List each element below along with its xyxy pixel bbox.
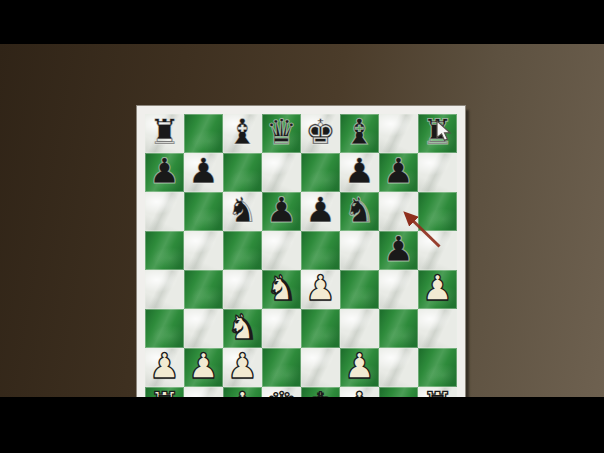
square-b2[interactable]: ♟ bbox=[184, 348, 223, 387]
square-f4[interactable] bbox=[340, 270, 379, 309]
square-h4[interactable]: ♟ bbox=[418, 270, 457, 309]
square-a3[interactable] bbox=[145, 309, 184, 348]
square-b5[interactable] bbox=[184, 231, 223, 270]
piece-black-queen: ♛ bbox=[266, 113, 297, 152]
piece-black-knight: ♞ bbox=[344, 191, 375, 230]
square-h6[interactable] bbox=[418, 192, 457, 231]
square-a5[interactable] bbox=[145, 231, 184, 270]
square-g8[interactable] bbox=[379, 114, 418, 153]
letterbox-top bbox=[0, 0, 604, 44]
square-b6[interactable] bbox=[184, 192, 223, 231]
square-d8[interactable]: ♛ bbox=[262, 114, 301, 153]
square-e8[interactable]: ♚ bbox=[301, 114, 340, 153]
square-f5[interactable] bbox=[340, 231, 379, 270]
square-a6[interactable] bbox=[145, 192, 184, 231]
piece-black-rook: ♜ bbox=[149, 113, 180, 152]
square-c8[interactable]: ♝ bbox=[223, 114, 262, 153]
piece-white-pawn: ♟ bbox=[344, 347, 375, 386]
video-backdrop: ♜♝♛♚♝♜♟♟♟♟♞♟♟♞♟♞♟♟♞♟♟♟♟♜♝♛♚♝♜ bbox=[0, 44, 604, 397]
square-g4[interactable] bbox=[379, 270, 418, 309]
piece-black-bishop: ♝ bbox=[227, 113, 258, 152]
square-a8[interactable]: ♜ bbox=[145, 114, 184, 153]
square-h2[interactable] bbox=[418, 348, 457, 387]
square-f7[interactable]: ♟ bbox=[340, 153, 379, 192]
square-g7[interactable]: ♟ bbox=[379, 153, 418, 192]
square-b4[interactable] bbox=[184, 270, 223, 309]
square-e4[interactable]: ♟ bbox=[301, 270, 340, 309]
piece-white-pawn: ♟ bbox=[227, 347, 258, 386]
piece-black-rook: ♜ bbox=[422, 113, 453, 152]
piece-black-pawn: ♟ bbox=[149, 152, 180, 191]
square-a7[interactable]: ♟ bbox=[145, 153, 184, 192]
piece-white-pawn: ♟ bbox=[149, 347, 180, 386]
square-d7[interactable] bbox=[262, 153, 301, 192]
square-g2[interactable] bbox=[379, 348, 418, 387]
piece-black-pawn: ♟ bbox=[344, 152, 375, 191]
square-b7[interactable]: ♟ bbox=[184, 153, 223, 192]
square-b3[interactable] bbox=[184, 309, 223, 348]
square-c4[interactable] bbox=[223, 270, 262, 309]
square-a4[interactable] bbox=[145, 270, 184, 309]
square-d2[interactable] bbox=[262, 348, 301, 387]
square-h7[interactable] bbox=[418, 153, 457, 192]
piece-black-pawn: ♟ bbox=[188, 152, 219, 191]
piece-white-knight: ♞ bbox=[266, 269, 297, 308]
square-a2[interactable]: ♟ bbox=[145, 348, 184, 387]
square-h5[interactable] bbox=[418, 231, 457, 270]
square-d4[interactable]: ♞ bbox=[262, 270, 301, 309]
square-g5[interactable]: ♟ bbox=[379, 231, 418, 270]
chess-board-frame: ♜♝♛♚♝♜♟♟♟♟♞♟♟♞♟♞♟♟♞♟♟♟♟♜♝♛♚♝♜ bbox=[137, 106, 465, 434]
square-c5[interactable] bbox=[223, 231, 262, 270]
square-c2[interactable]: ♟ bbox=[223, 348, 262, 387]
square-b8[interactable] bbox=[184, 114, 223, 153]
square-c7[interactable] bbox=[223, 153, 262, 192]
piece-black-pawn: ♟ bbox=[383, 230, 414, 269]
square-c3[interactable]: ♞ bbox=[223, 309, 262, 348]
piece-white-pawn: ♟ bbox=[422, 269, 453, 308]
square-h3[interactable] bbox=[418, 309, 457, 348]
piece-black-king: ♚ bbox=[305, 113, 336, 152]
chess-board: ♜♝♛♚♝♜♟♟♟♟♞♟♟♞♟♞♟♟♞♟♟♟♟♜♝♛♚♝♜ bbox=[145, 114, 457, 426]
piece-white-knight: ♞ bbox=[227, 308, 258, 347]
square-d3[interactable] bbox=[262, 309, 301, 348]
square-f3[interactable] bbox=[340, 309, 379, 348]
square-f8[interactable]: ♝ bbox=[340, 114, 379, 153]
square-e6[interactable]: ♟ bbox=[301, 192, 340, 231]
square-g3[interactable] bbox=[379, 309, 418, 348]
piece-black-knight: ♞ bbox=[227, 191, 258, 230]
square-f2[interactable]: ♟ bbox=[340, 348, 379, 387]
square-h8[interactable]: ♜ bbox=[418, 114, 457, 153]
piece-black-pawn: ♟ bbox=[383, 152, 414, 191]
square-d6[interactable]: ♟ bbox=[262, 192, 301, 231]
square-e2[interactable] bbox=[301, 348, 340, 387]
square-d5[interactable] bbox=[262, 231, 301, 270]
letterbox-bottom bbox=[0, 397, 604, 453]
square-g6[interactable] bbox=[379, 192, 418, 231]
square-e3[interactable] bbox=[301, 309, 340, 348]
piece-black-pawn: ♟ bbox=[305, 191, 336, 230]
piece-black-bishop: ♝ bbox=[344, 113, 375, 152]
piece-white-pawn: ♟ bbox=[305, 269, 336, 308]
square-e7[interactable] bbox=[301, 153, 340, 192]
square-c6[interactable]: ♞ bbox=[223, 192, 262, 231]
piece-white-pawn: ♟ bbox=[188, 347, 219, 386]
square-e5[interactable] bbox=[301, 231, 340, 270]
square-f6[interactable]: ♞ bbox=[340, 192, 379, 231]
piece-black-pawn: ♟ bbox=[266, 191, 297, 230]
